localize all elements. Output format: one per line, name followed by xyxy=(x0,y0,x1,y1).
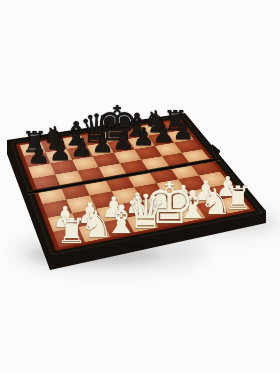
white-rook-a1[interactable]: ♜ xyxy=(42,214,102,249)
black-pawn-a7[interactable]: ♟ xyxy=(9,142,69,167)
product-photo-stage: ♜♞♝♛♚♝♞♜♟♟♟♟♟♟♟♟♟♟♟♟♟♟♟♟♜♞♝♛♚♝♞♜ xyxy=(0,0,280,373)
